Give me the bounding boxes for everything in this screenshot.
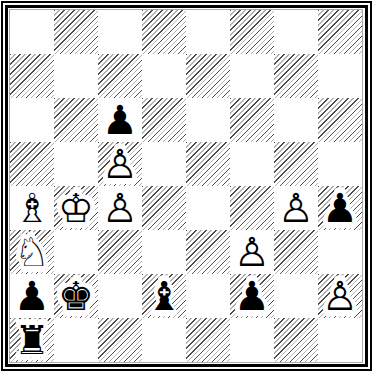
square-b4[interactable]: ♚♔ (54, 186, 98, 230)
square-a7[interactable] (10, 54, 54, 98)
white-pawn-icon: ♙ (102, 188, 138, 228)
piece-black-pawn[interactable]: ♟♟ (230, 274, 274, 318)
square-d8[interactable] (142, 10, 186, 54)
square-d2[interactable]: ♝♝ (142, 274, 186, 318)
white-pawn-icon: ♙ (278, 188, 314, 228)
square-h8[interactable] (318, 10, 362, 54)
white-king-icon: ♔ (58, 188, 94, 228)
square-h2[interactable]: ♟♙ (318, 274, 362, 318)
square-a6[interactable] (10, 98, 54, 142)
square-b1[interactable] (54, 318, 98, 362)
black-pawn-icon: ♟ (102, 100, 138, 140)
black-king-icon: ♚ (58, 276, 94, 316)
square-d7[interactable] (142, 54, 186, 98)
square-c2[interactable] (98, 274, 142, 318)
piece-white-pawn[interactable]: ♟♙ (98, 142, 142, 186)
square-d1[interactable] (142, 318, 186, 362)
board-frame-inner: ♟♟♟♙♝♗♚♔♟♙♟♙♟♟♞♘♟♙♟♟♚♚♝♝♟♟♟♙♜♜ (5, 5, 368, 367)
square-g6[interactable] (274, 98, 318, 142)
black-rook-icon: ♜ (14, 320, 50, 360)
square-e3[interactable] (186, 230, 230, 274)
square-f7[interactable] (230, 54, 274, 98)
square-a3[interactable]: ♞♘ (10, 230, 54, 274)
square-g3[interactable] (274, 230, 318, 274)
piece-white-pawn[interactable]: ♟♙ (98, 186, 142, 230)
square-b6[interactable] (54, 98, 98, 142)
square-b8[interactable] (54, 10, 98, 54)
black-bishop-icon: ♝ (146, 276, 182, 316)
piece-black-bishop[interactable]: ♝♝ (142, 274, 186, 318)
square-e1[interactable] (186, 318, 230, 362)
black-pawn-icon: ♟ (234, 276, 270, 316)
square-e4[interactable] (186, 186, 230, 230)
square-e8[interactable] (186, 10, 230, 54)
white-bishop-icon: ♗ (14, 188, 50, 228)
square-g1[interactable] (274, 318, 318, 362)
square-f2[interactable]: ♟♟ (230, 274, 274, 318)
piece-black-pawn[interactable]: ♟♟ (318, 186, 362, 230)
square-g4[interactable]: ♟♙ (274, 186, 318, 230)
square-f5[interactable] (230, 142, 274, 186)
piece-white-pawn[interactable]: ♟♙ (230, 230, 274, 274)
square-b2[interactable]: ♚♚ (54, 274, 98, 318)
square-c4[interactable]: ♟♙ (98, 186, 142, 230)
square-d4[interactable] (142, 186, 186, 230)
square-h4[interactable]: ♟♟ (318, 186, 362, 230)
square-g2[interactable] (274, 274, 318, 318)
piece-white-bishop[interactable]: ♝♗ (10, 186, 54, 230)
piece-black-pawn[interactable]: ♟♟ (98, 98, 142, 142)
square-e5[interactable] (186, 142, 230, 186)
square-f8[interactable] (230, 10, 274, 54)
white-pawn-icon: ♙ (234, 232, 270, 272)
piece-white-pawn[interactable]: ♟♙ (274, 186, 318, 230)
square-b7[interactable] (54, 54, 98, 98)
square-c6[interactable]: ♟♟ (98, 98, 142, 142)
black-pawn-icon: ♟ (14, 276, 50, 316)
square-g7[interactable] (274, 54, 318, 98)
square-h7[interactable] (318, 54, 362, 98)
square-f1[interactable] (230, 318, 274, 362)
piece-black-pawn[interactable]: ♟♟ (10, 274, 54, 318)
square-f3[interactable]: ♟♙ (230, 230, 274, 274)
square-c5[interactable]: ♟♙ (98, 142, 142, 186)
square-c1[interactable] (98, 318, 142, 362)
square-a2[interactable]: ♟♟ (10, 274, 54, 318)
square-d6[interactable] (142, 98, 186, 142)
white-knight-icon: ♘ (14, 232, 50, 272)
piece-white-knight[interactable]: ♞♘ (10, 230, 54, 274)
square-d5[interactable] (142, 142, 186, 186)
square-e6[interactable] (186, 98, 230, 142)
square-a1[interactable]: ♜♜ (10, 318, 54, 362)
board-frame-outer: ♟♟♟♙♝♗♚♔♟♙♟♙♟♟♞♘♟♙♟♟♚♚♝♝♟♟♟♙♜♜ (1, 1, 372, 371)
square-e7[interactable] (186, 54, 230, 98)
white-pawn-icon: ♙ (322, 276, 358, 316)
square-f6[interactable] (230, 98, 274, 142)
square-g8[interactable] (274, 10, 318, 54)
square-c8[interactable] (98, 10, 142, 54)
chess-diagram: ♟♟♟♙♝♗♚♔♟♙♟♙♟♟♞♘♟♙♟♟♚♚♝♝♟♟♟♙♜♜ (0, 0, 373, 374)
piece-black-rook[interactable]: ♜♜ (10, 318, 54, 362)
square-h6[interactable] (318, 98, 362, 142)
piece-white-king[interactable]: ♚♔ (54, 186, 98, 230)
square-h1[interactable] (318, 318, 362, 362)
piece-white-pawn[interactable]: ♟♙ (318, 274, 362, 318)
square-e2[interactable] (186, 274, 230, 318)
square-a4[interactable]: ♝♗ (10, 186, 54, 230)
chessboard: ♟♟♟♙♝♗♚♔♟♙♟♙♟♟♞♘♟♙♟♟♚♚♝♝♟♟♟♙♜♜ (9, 9, 363, 363)
white-pawn-icon: ♙ (102, 144, 138, 184)
square-a8[interactable] (10, 10, 54, 54)
black-pawn-icon: ♟ (322, 188, 358, 228)
square-c3[interactable] (98, 230, 142, 274)
piece-black-king[interactable]: ♚♚ (54, 274, 98, 318)
